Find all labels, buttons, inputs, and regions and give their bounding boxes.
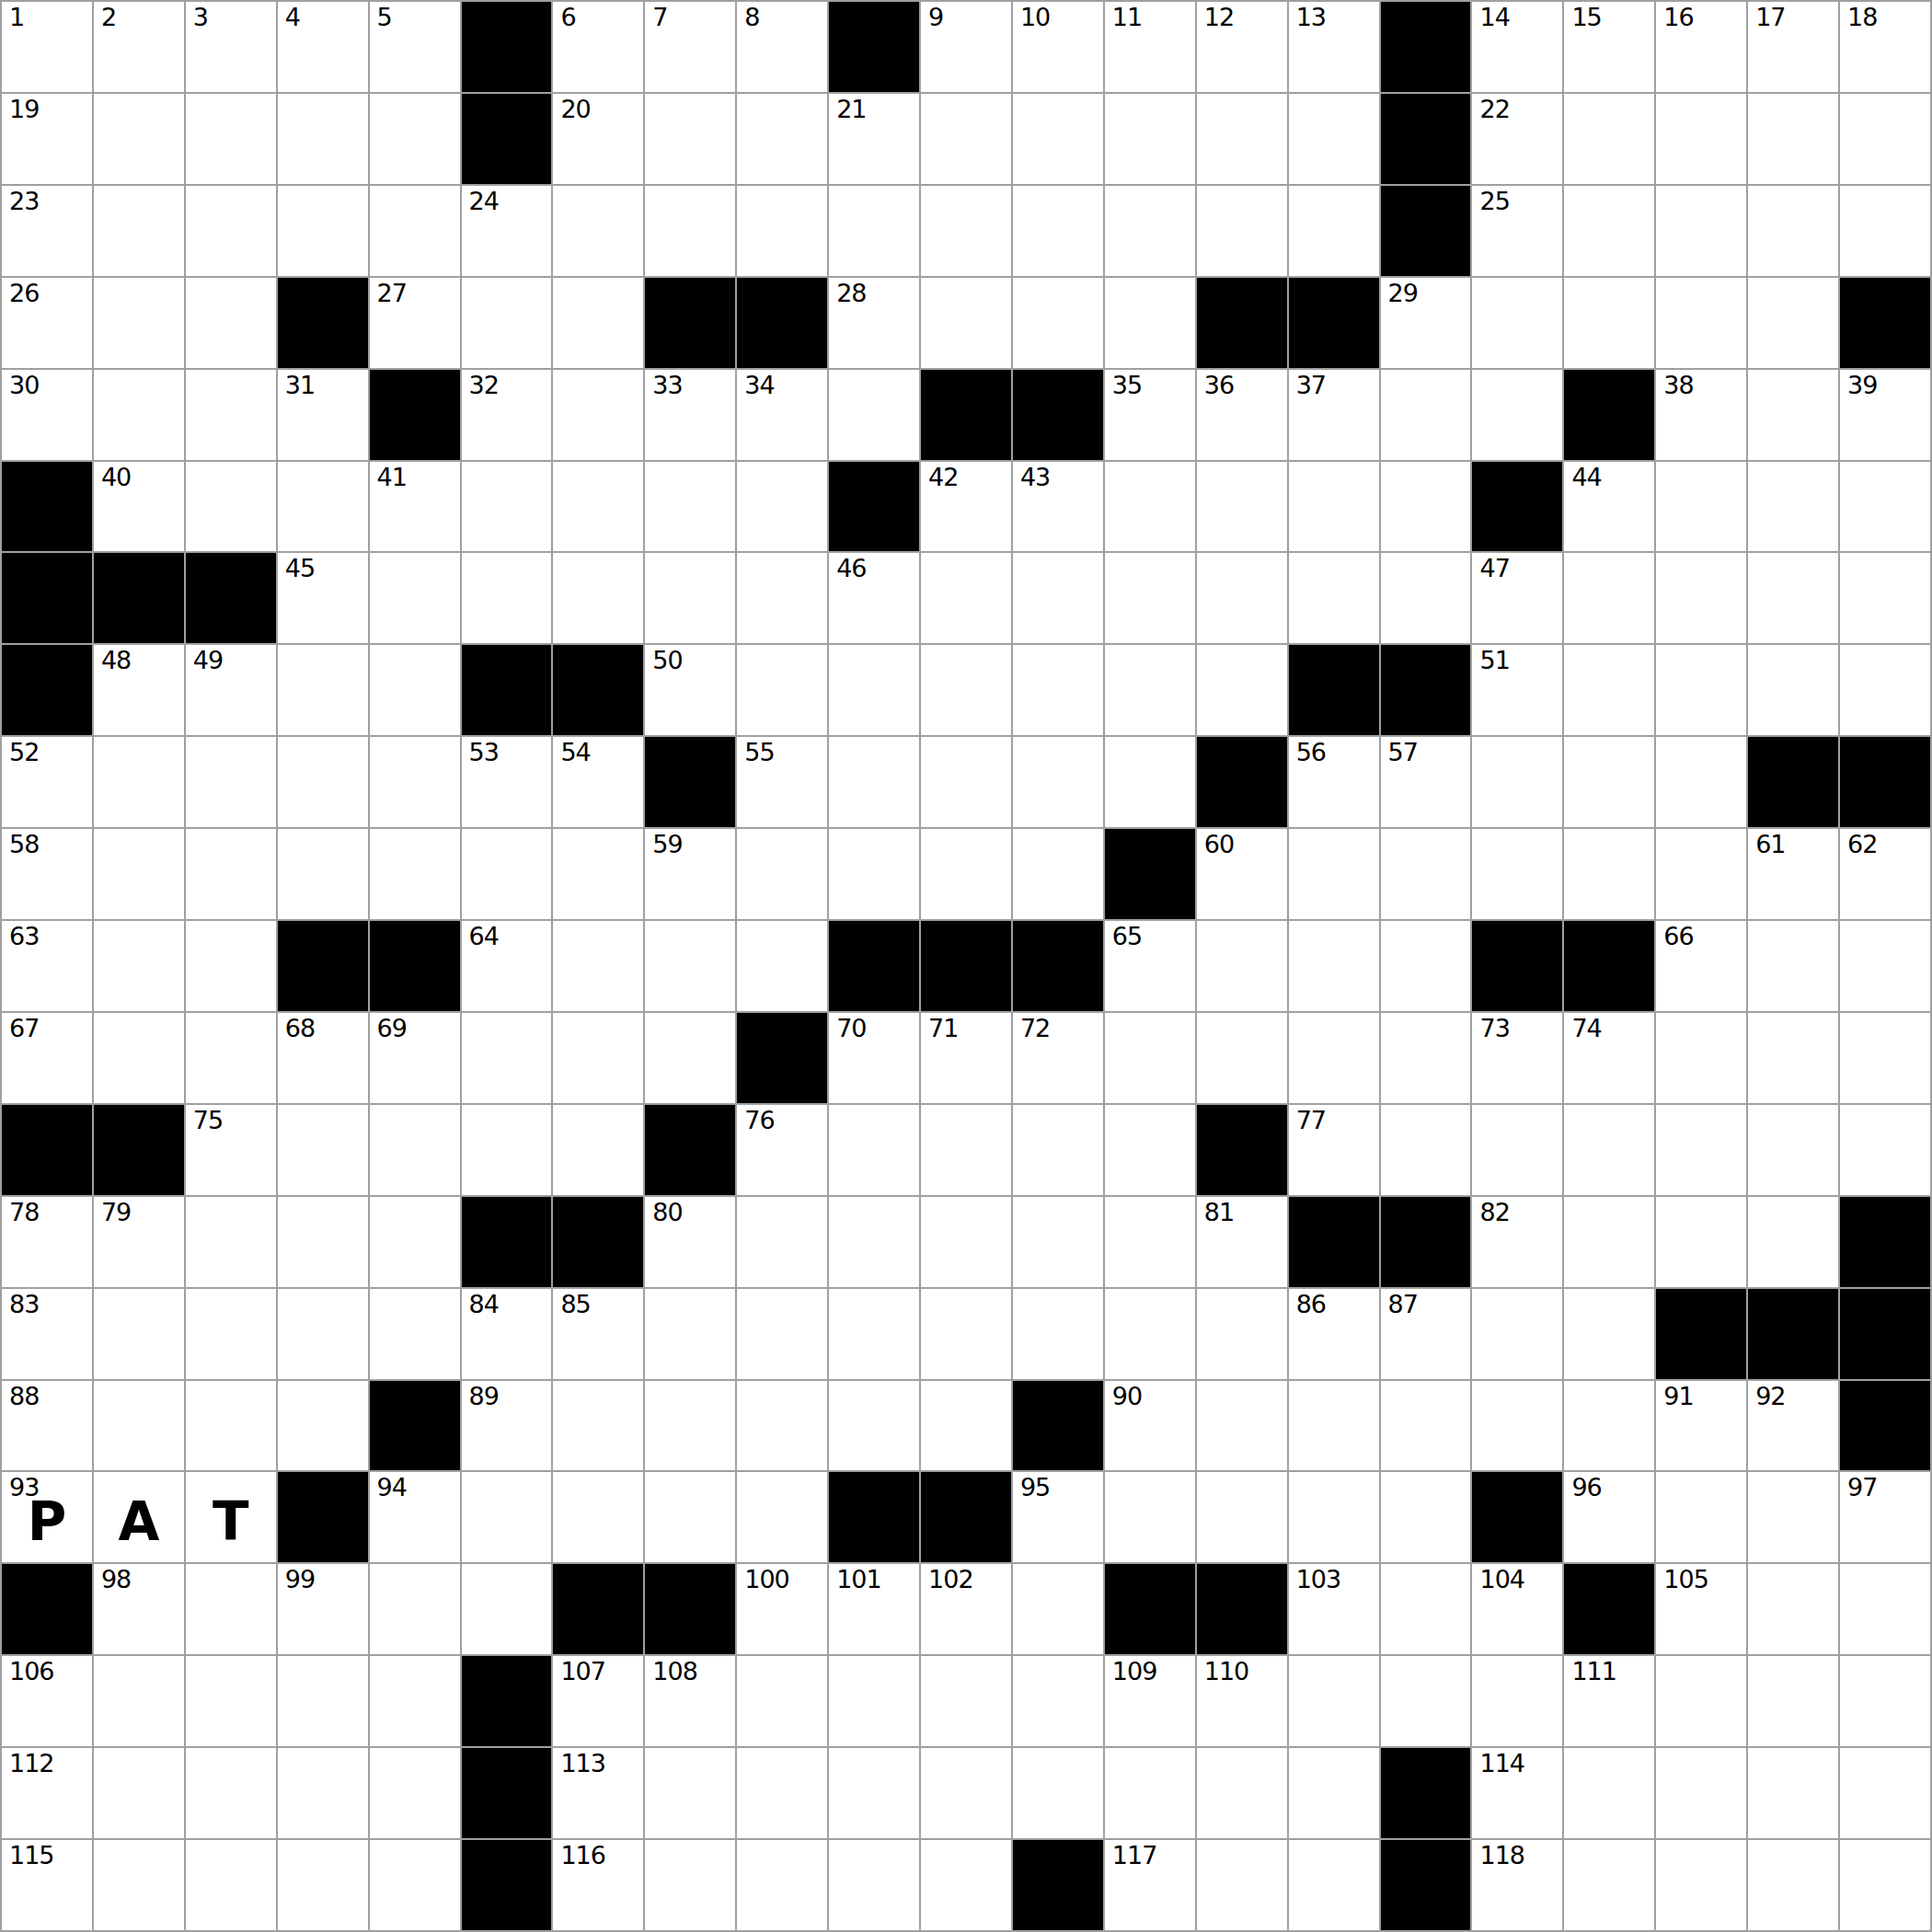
cell-20-14[interactable]	[1289, 1840, 1381, 1932]
cell-17-18[interactable]: 105	[1656, 1564, 1748, 1656]
cell-14-6[interactable]: 85	[553, 1289, 645, 1381]
cell-13-13[interactable]: 81	[1197, 1197, 1289, 1289]
cell-2-5[interactable]: 24	[462, 186, 554, 278]
cell-9-10[interactable]	[921, 829, 1013, 921]
cell-17-5[interactable]	[462, 1564, 554, 1656]
cell-0-19[interactable]: 17	[1748, 2, 1840, 94]
cell-7-16[interactable]: 51	[1472, 645, 1564, 737]
cell-4-2[interactable]	[186, 370, 278, 462]
cell-11-3[interactable]: 68	[278, 1013, 370, 1105]
cell-17-19[interactable]	[1748, 1564, 1840, 1656]
cell-4-16[interactable]	[1472, 370, 1564, 462]
cell-1-12[interactable]	[1105, 94, 1197, 186]
cell-1-4[interactable]	[370, 94, 462, 186]
cell-7-10[interactable]	[921, 645, 1013, 737]
cell-4-12[interactable]: 35	[1105, 370, 1197, 462]
cell-2-0[interactable]: 23	[2, 186, 94, 278]
cell-14-9[interactable]	[829, 1289, 921, 1381]
cell-17-8[interactable]: 100	[737, 1564, 829, 1656]
cell-14-2[interactable]	[186, 1289, 278, 1381]
cell-5-5[interactable]	[462, 462, 554, 554]
cell-3-9[interactable]: 28	[829, 278, 921, 370]
cell-8-1[interactable]	[94, 737, 186, 829]
cell-19-14[interactable]	[1289, 1748, 1381, 1840]
cell-1-13[interactable]	[1197, 94, 1289, 186]
cell-17-16[interactable]: 104	[1472, 1564, 1564, 1656]
cell-8-12[interactable]	[1105, 737, 1197, 829]
cell-1-16[interactable]: 22	[1472, 94, 1564, 186]
cell-11-18[interactable]	[1656, 1013, 1748, 1105]
cell-2-13[interactable]	[1197, 186, 1289, 278]
cell-19-12[interactable]	[1105, 1748, 1197, 1840]
cell-8-10[interactable]	[921, 737, 1013, 829]
cell-18-0[interactable]: 106	[2, 1656, 94, 1748]
cell-0-18[interactable]: 16	[1656, 2, 1748, 94]
cell-16-0[interactable]: 93P	[2, 1472, 94, 1564]
cell-4-20[interactable]: 39	[1840, 370, 1932, 462]
cell-15-13[interactable]	[1197, 1381, 1289, 1473]
cell-19-9[interactable]	[829, 1748, 921, 1840]
cell-16-14[interactable]	[1289, 1472, 1381, 1564]
cell-16-13[interactable]	[1197, 1472, 1289, 1564]
cell-12-8[interactable]: 76	[737, 1105, 829, 1197]
cell-20-18[interactable]	[1656, 1840, 1748, 1932]
cell-9-0[interactable]: 58	[2, 829, 94, 921]
cell-6-5[interactable]	[462, 553, 554, 645]
cell-16-1[interactable]: A	[94, 1472, 186, 1564]
cell-20-8[interactable]	[737, 1840, 829, 1932]
cell-3-12[interactable]	[1105, 278, 1197, 370]
cell-12-12[interactable]	[1105, 1105, 1197, 1197]
cell-12-19[interactable]	[1748, 1105, 1840, 1197]
cell-15-15[interactable]	[1381, 1381, 1473, 1473]
cell-14-15[interactable]: 87	[1381, 1289, 1473, 1381]
cell-7-4[interactable]	[370, 645, 462, 737]
cell-13-2[interactable]	[186, 1197, 278, 1289]
cell-12-17[interactable]	[1564, 1105, 1656, 1197]
cell-19-18[interactable]	[1656, 1748, 1748, 1840]
cell-8-2[interactable]	[186, 737, 278, 829]
cell-14-3[interactable]	[278, 1289, 370, 1381]
cell-19-7[interactable]	[645, 1748, 737, 1840]
cell-15-12[interactable]: 90	[1105, 1381, 1197, 1473]
cell-7-9[interactable]	[829, 645, 921, 737]
cell-9-18[interactable]	[1656, 829, 1748, 921]
cell-0-4[interactable]: 5	[370, 2, 462, 94]
cell-12-14[interactable]: 77	[1289, 1105, 1381, 1197]
cell-19-6[interactable]: 113	[553, 1748, 645, 1840]
cell-15-0[interactable]: 88	[2, 1381, 94, 1473]
cell-16-2[interactable]: T	[186, 1472, 278, 1564]
cell-5-14[interactable]	[1289, 462, 1381, 554]
cell-3-2[interactable]	[186, 278, 278, 370]
cell-14-4[interactable]	[370, 1289, 462, 1381]
cell-7-19[interactable]	[1748, 645, 1840, 737]
cell-15-6[interactable]	[553, 1381, 645, 1473]
cell-15-2[interactable]	[186, 1381, 278, 1473]
cell-10-1[interactable]	[94, 921, 186, 1013]
cell-11-13[interactable]	[1197, 1013, 1289, 1105]
cell-17-3[interactable]: 99	[278, 1564, 370, 1656]
cell-11-4[interactable]: 69	[370, 1013, 462, 1105]
cell-11-1[interactable]	[94, 1013, 186, 1105]
cell-6-3[interactable]: 45	[278, 553, 370, 645]
cell-5-11[interactable]: 43	[1013, 462, 1105, 554]
cell-1-2[interactable]	[186, 94, 278, 186]
cell-6-8[interactable]	[737, 553, 829, 645]
cell-16-6[interactable]	[553, 1472, 645, 1564]
cell-14-8[interactable]	[737, 1289, 829, 1381]
cell-16-7[interactable]	[645, 1472, 737, 1564]
cell-9-16[interactable]	[1472, 829, 1564, 921]
cell-1-18[interactable]	[1656, 94, 1748, 186]
cell-4-7[interactable]: 33	[645, 370, 737, 462]
cell-1-6[interactable]: 20	[553, 94, 645, 186]
cell-12-9[interactable]	[829, 1105, 921, 1197]
cell-16-20[interactable]: 97	[1840, 1472, 1932, 1564]
cell-20-9[interactable]	[829, 1840, 921, 1932]
cell-11-17[interactable]: 74	[1564, 1013, 1656, 1105]
cell-4-13[interactable]: 36	[1197, 370, 1289, 462]
cell-15-1[interactable]	[94, 1381, 186, 1473]
cell-5-3[interactable]	[278, 462, 370, 554]
cell-5-13[interactable]	[1197, 462, 1289, 554]
cell-9-7[interactable]: 59	[645, 829, 737, 921]
cell-11-2[interactable]	[186, 1013, 278, 1105]
cell-13-1[interactable]: 79	[94, 1197, 186, 1289]
cell-12-16[interactable]	[1472, 1105, 1564, 1197]
cell-6-14[interactable]	[1289, 553, 1381, 645]
cell-18-14[interactable]	[1289, 1656, 1381, 1748]
cell-11-15[interactable]	[1381, 1013, 1473, 1105]
cell-9-13[interactable]: 60	[1197, 829, 1289, 921]
cell-8-6[interactable]: 54	[553, 737, 645, 829]
cell-14-10[interactable]	[921, 1289, 1013, 1381]
cell-2-19[interactable]	[1748, 186, 1840, 278]
cell-0-7[interactable]: 7	[645, 2, 737, 94]
cell-5-8[interactable]	[737, 462, 829, 554]
cell-0-20[interactable]: 18	[1840, 2, 1932, 94]
cell-16-15[interactable]	[1381, 1472, 1473, 1564]
cell-14-7[interactable]	[645, 1289, 737, 1381]
cell-14-16[interactable]	[1472, 1289, 1564, 1381]
cell-3-10[interactable]	[921, 278, 1013, 370]
cell-13-19[interactable]	[1748, 1197, 1840, 1289]
cell-5-1[interactable]: 40	[94, 462, 186, 554]
cell-19-16[interactable]: 114	[1472, 1748, 1564, 1840]
cell-0-13[interactable]: 12	[1197, 2, 1289, 94]
cell-10-20[interactable]	[1840, 921, 1932, 1013]
cell-6-18[interactable]	[1656, 553, 1748, 645]
cell-6-13[interactable]	[1197, 553, 1289, 645]
cell-0-17[interactable]: 15	[1564, 2, 1656, 94]
cell-10-19[interactable]	[1748, 921, 1840, 1013]
cell-1-14[interactable]	[1289, 94, 1381, 186]
cell-11-9[interactable]: 70	[829, 1013, 921, 1105]
cell-0-1[interactable]: 2	[94, 2, 186, 94]
cell-16-8[interactable]	[737, 1472, 829, 1564]
cell-6-12[interactable]	[1105, 553, 1197, 645]
cell-13-16[interactable]: 82	[1472, 1197, 1564, 1289]
cell-5-12[interactable]	[1105, 462, 1197, 554]
cell-8-3[interactable]	[278, 737, 370, 829]
cell-2-16[interactable]: 25	[1472, 186, 1564, 278]
cell-13-9[interactable]	[829, 1197, 921, 1289]
cell-17-14[interactable]: 103	[1289, 1564, 1381, 1656]
cell-4-19[interactable]	[1748, 370, 1840, 462]
cell-16-18[interactable]	[1656, 1472, 1748, 1564]
cell-9-8[interactable]	[737, 829, 829, 921]
cell-9-1[interactable]	[94, 829, 186, 921]
cell-7-12[interactable]	[1105, 645, 1197, 737]
cell-14-11[interactable]	[1013, 1289, 1105, 1381]
cell-8-11[interactable]	[1013, 737, 1105, 829]
cell-11-19[interactable]	[1748, 1013, 1840, 1105]
cell-6-19[interactable]	[1748, 553, 1840, 645]
cell-9-9[interactable]	[829, 829, 921, 921]
cell-14-5[interactable]: 84	[462, 1289, 554, 1381]
cell-7-7[interactable]: 50	[645, 645, 737, 737]
cell-17-2[interactable]	[186, 1564, 278, 1656]
cell-6-20[interactable]	[1840, 553, 1932, 645]
cell-20-13[interactable]	[1197, 1840, 1289, 1932]
cell-15-5[interactable]: 89	[462, 1381, 554, 1473]
cell-11-6[interactable]	[553, 1013, 645, 1105]
cell-20-2[interactable]	[186, 1840, 278, 1932]
cell-14-14[interactable]: 86	[1289, 1289, 1381, 1381]
cell-13-10[interactable]	[921, 1197, 1013, 1289]
cell-10-8[interactable]	[737, 921, 829, 1013]
cell-12-2[interactable]: 75	[186, 1105, 278, 1197]
cell-4-8[interactable]: 34	[737, 370, 829, 462]
cell-9-5[interactable]	[462, 829, 554, 921]
cell-6-16[interactable]: 47	[1472, 553, 1564, 645]
cell-13-3[interactable]	[278, 1197, 370, 1289]
cell-20-19[interactable]	[1748, 1840, 1840, 1932]
cell-20-4[interactable]	[370, 1840, 462, 1932]
cell-18-15[interactable]	[1381, 1656, 1473, 1748]
cell-12-4[interactable]	[370, 1105, 462, 1197]
cell-0-11[interactable]: 10	[1013, 2, 1105, 94]
cell-3-19[interactable]	[1748, 278, 1840, 370]
cell-19-1[interactable]	[94, 1748, 186, 1840]
cell-12-20[interactable]	[1840, 1105, 1932, 1197]
cell-16-11[interactable]: 95	[1013, 1472, 1105, 1564]
cell-19-2[interactable]	[186, 1748, 278, 1840]
cell-3-0[interactable]: 26	[2, 278, 94, 370]
cell-18-16[interactable]	[1472, 1656, 1564, 1748]
cell-20-12[interactable]: 117	[1105, 1840, 1197, 1932]
cell-7-17[interactable]	[1564, 645, 1656, 737]
cell-1-1[interactable]	[94, 94, 186, 186]
cell-11-10[interactable]: 71	[921, 1013, 1013, 1105]
cell-2-11[interactable]	[1013, 186, 1105, 278]
cell-15-10[interactable]	[921, 1381, 1013, 1473]
cell-20-7[interactable]	[645, 1840, 737, 1932]
cell-1-0[interactable]: 19	[2, 94, 94, 186]
cell-14-13[interactable]	[1197, 1289, 1289, 1381]
cell-11-16[interactable]: 73	[1472, 1013, 1564, 1105]
cell-20-1[interactable]	[94, 1840, 186, 1932]
cell-4-9[interactable]	[829, 370, 921, 462]
cell-5-19[interactable]	[1748, 462, 1840, 554]
cell-13-7[interactable]: 80	[645, 1197, 737, 1289]
cell-13-17[interactable]	[1564, 1197, 1656, 1289]
cell-13-4[interactable]	[370, 1197, 462, 1289]
cell-19-8[interactable]	[737, 1748, 829, 1840]
cell-6-9[interactable]: 46	[829, 553, 921, 645]
cell-18-10[interactable]	[921, 1656, 1013, 1748]
cell-11-5[interactable]	[462, 1013, 554, 1105]
cell-8-4[interactable]	[370, 737, 462, 829]
cell-18-8[interactable]	[737, 1656, 829, 1748]
cell-15-18[interactable]: 91	[1656, 1381, 1748, 1473]
cell-12-10[interactable]	[921, 1105, 1013, 1197]
cell-5-2[interactable]	[186, 462, 278, 554]
cell-10-7[interactable]	[645, 921, 737, 1013]
cell-10-6[interactable]	[553, 921, 645, 1013]
cell-17-1[interactable]: 98	[94, 1564, 186, 1656]
cell-13-12[interactable]	[1105, 1197, 1197, 1289]
cell-10-18[interactable]: 66	[1656, 921, 1748, 1013]
cell-16-5[interactable]	[462, 1472, 554, 1564]
cell-0-14[interactable]: 13	[1289, 2, 1381, 94]
cell-12-6[interactable]	[553, 1105, 645, 1197]
cell-0-0[interactable]: 1	[2, 2, 94, 94]
cell-18-4[interactable]	[370, 1656, 462, 1748]
cell-16-12[interactable]	[1105, 1472, 1197, 1564]
cell-9-3[interactable]	[278, 829, 370, 921]
cell-18-13[interactable]: 110	[1197, 1656, 1289, 1748]
cell-7-3[interactable]	[278, 645, 370, 737]
cell-4-3[interactable]: 31	[278, 370, 370, 462]
cell-9-14[interactable]	[1289, 829, 1381, 921]
cell-19-4[interactable]	[370, 1748, 462, 1840]
cell-14-0[interactable]: 83	[2, 1289, 94, 1381]
cell-8-8[interactable]: 55	[737, 737, 829, 829]
cell-20-3[interactable]	[278, 1840, 370, 1932]
cell-19-13[interactable]	[1197, 1748, 1289, 1840]
cell-2-20[interactable]	[1840, 186, 1932, 278]
cell-20-20[interactable]	[1840, 1840, 1932, 1932]
cell-3-4[interactable]: 27	[370, 278, 462, 370]
cell-3-17[interactable]	[1564, 278, 1656, 370]
cell-11-20[interactable]	[1840, 1013, 1932, 1105]
cell-2-18[interactable]	[1656, 186, 1748, 278]
cell-20-6[interactable]: 116	[553, 1840, 645, 1932]
cell-18-17[interactable]: 111	[1564, 1656, 1656, 1748]
cell-0-2[interactable]: 3	[186, 2, 278, 94]
cell-5-20[interactable]	[1840, 462, 1932, 554]
cell-4-5[interactable]: 32	[462, 370, 554, 462]
cell-7-1[interactable]: 48	[94, 645, 186, 737]
cell-5-10[interactable]: 42	[921, 462, 1013, 554]
cell-10-2[interactable]	[186, 921, 278, 1013]
cell-8-0[interactable]: 52	[2, 737, 94, 829]
cell-10-0[interactable]: 63	[2, 921, 94, 1013]
cell-15-8[interactable]	[737, 1381, 829, 1473]
cell-8-17[interactable]	[1564, 737, 1656, 829]
cell-13-18[interactable]	[1656, 1197, 1748, 1289]
cell-8-14[interactable]: 56	[1289, 737, 1381, 829]
cell-5-7[interactable]	[645, 462, 737, 554]
cell-6-15[interactable]	[1381, 553, 1473, 645]
cell-18-9[interactable]	[829, 1656, 921, 1748]
cell-14-1[interactable]	[94, 1289, 186, 1381]
cell-18-20[interactable]	[1840, 1656, 1932, 1748]
cell-15-7[interactable]	[645, 1381, 737, 1473]
cell-19-0[interactable]: 112	[2, 1748, 94, 1840]
cell-19-11[interactable]	[1013, 1748, 1105, 1840]
cell-9-15[interactable]	[1381, 829, 1473, 921]
cell-6-4[interactable]	[370, 553, 462, 645]
cell-10-12[interactable]: 65	[1105, 921, 1197, 1013]
cell-8-16[interactable]	[1472, 737, 1564, 829]
cell-16-17[interactable]: 96	[1564, 1472, 1656, 1564]
cell-5-15[interactable]	[1381, 462, 1473, 554]
cell-18-19[interactable]	[1748, 1656, 1840, 1748]
cell-5-18[interactable]	[1656, 462, 1748, 554]
cell-10-14[interactable]	[1289, 921, 1381, 1013]
cell-4-1[interactable]	[94, 370, 186, 462]
cell-2-8[interactable]	[737, 186, 829, 278]
cell-10-5[interactable]: 64	[462, 921, 554, 1013]
cell-9-19[interactable]: 61	[1748, 829, 1840, 921]
cell-13-0[interactable]: 78	[2, 1197, 94, 1289]
cell-20-16[interactable]: 118	[1472, 1840, 1564, 1932]
cell-2-12[interactable]	[1105, 186, 1197, 278]
cell-11-7[interactable]	[645, 1013, 737, 1105]
cell-1-19[interactable]	[1748, 94, 1840, 186]
cell-2-2[interactable]	[186, 186, 278, 278]
cell-13-11[interactable]	[1013, 1197, 1105, 1289]
cell-11-11[interactable]: 72	[1013, 1013, 1105, 1105]
cell-16-4[interactable]: 94	[370, 1472, 462, 1564]
cell-17-10[interactable]: 102	[921, 1564, 1013, 1656]
cell-19-10[interactable]	[921, 1748, 1013, 1840]
cell-7-2[interactable]: 49	[186, 645, 278, 737]
cell-6-10[interactable]	[921, 553, 1013, 645]
cell-15-19[interactable]: 92	[1748, 1381, 1840, 1473]
cell-20-10[interactable]	[921, 1840, 1013, 1932]
cell-11-12[interactable]	[1105, 1013, 1197, 1105]
cell-13-8[interactable]	[737, 1197, 829, 1289]
cell-12-5[interactable]	[462, 1105, 554, 1197]
cell-7-13[interactable]	[1197, 645, 1289, 737]
cell-18-2[interactable]	[186, 1656, 278, 1748]
cell-2-9[interactable]	[829, 186, 921, 278]
cell-20-17[interactable]	[1564, 1840, 1656, 1932]
cell-15-9[interactable]	[829, 1381, 921, 1473]
cell-16-19[interactable]	[1748, 1472, 1840, 1564]
cell-1-11[interactable]	[1013, 94, 1105, 186]
cell-14-17[interactable]	[1564, 1289, 1656, 1381]
cell-18-12[interactable]: 109	[1105, 1656, 1197, 1748]
cell-8-18[interactable]	[1656, 737, 1748, 829]
cell-15-16[interactable]	[1472, 1381, 1564, 1473]
cell-1-3[interactable]	[278, 94, 370, 186]
cell-18-11[interactable]	[1013, 1656, 1105, 1748]
cell-5-6[interactable]	[553, 462, 645, 554]
cell-9-4[interactable]	[370, 829, 462, 921]
cell-5-4[interactable]: 41	[370, 462, 462, 554]
cell-0-12[interactable]: 11	[1105, 2, 1197, 94]
cell-8-15[interactable]: 57	[1381, 737, 1473, 829]
cell-18-18[interactable]	[1656, 1656, 1748, 1748]
cell-3-5[interactable]	[462, 278, 554, 370]
cell-6-11[interactable]	[1013, 553, 1105, 645]
cell-1-9[interactable]: 21	[829, 94, 921, 186]
